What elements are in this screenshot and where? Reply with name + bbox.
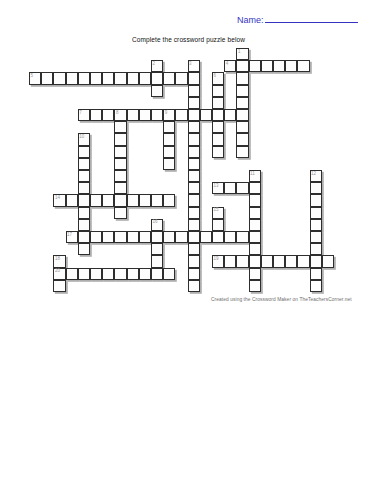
crossword-cell[interactable] [273, 255, 285, 267]
clue-number: 14 [55, 195, 60, 200]
crossword-cell[interactable] [114, 231, 126, 243]
crossword-cell[interactable] [66, 194, 78, 206]
crossword-cell[interactable] [41, 72, 53, 84]
crossword-cell[interactable] [90, 72, 102, 84]
crossword-cell[interactable] [78, 231, 90, 243]
crossword-cell[interactable] [261, 60, 273, 72]
crossword-cell[interactable] [236, 133, 248, 145]
crossword-cell[interactable] [78, 268, 90, 280]
clue-number: 19 [214, 256, 219, 261]
crossword-cell[interactable] [200, 231, 212, 243]
crossword-cell[interactable] [78, 182, 90, 194]
crossword-cell[interactable] [139, 109, 151, 121]
clue-number: 4 [226, 61, 229, 66]
crossword-cell[interactable] [188, 121, 200, 133]
crossword-cell[interactable] [78, 170, 90, 182]
crossword-cell[interactable] [249, 280, 261, 292]
crossword-cell[interactable] [297, 60, 309, 72]
crossword-cell[interactable] [102, 194, 114, 206]
crossword-cell[interactable] [236, 72, 248, 84]
crossword-cell[interactable] [212, 146, 224, 158]
crossword-cell[interactable] [53, 72, 65, 84]
crossword-cell[interactable] [114, 146, 126, 158]
clue-number: 9 [165, 110, 168, 115]
crossword-cell[interactable] [114, 268, 126, 280]
crossword-cell[interactable] [310, 268, 322, 280]
crossword-cell[interactable] [139, 194, 151, 206]
crossword-cell[interactable] [285, 255, 297, 267]
crossword-cell[interactable]: 19 [212, 255, 224, 267]
crossword-cell[interactable] [236, 85, 248, 97]
crossword-cell[interactable] [310, 280, 322, 292]
crossword-cell[interactable] [249, 207, 261, 219]
crossword-cell[interactable] [163, 231, 175, 243]
crossword-cell[interactable] [224, 231, 236, 243]
crossword-cell[interactable] [127, 268, 139, 280]
crossword-cell[interactable] [127, 194, 139, 206]
crossword-cell[interactable]: 2 [151, 60, 163, 72]
crossword-cell[interactable] [127, 231, 139, 243]
crossword-cell[interactable] [188, 255, 200, 267]
crossword-cell[interactable] [188, 146, 200, 158]
crossword-cell[interactable] [188, 158, 200, 170]
crossword-cell[interactable] [114, 182, 126, 194]
crossword-cell[interactable] [163, 72, 175, 84]
crossword-cell[interactable] [114, 72, 126, 84]
clue-number: 13 [214, 183, 219, 188]
crossword-cell[interactable] [53, 280, 65, 292]
clue-number: 20 [55, 268, 60, 273]
crossword-cell[interactable] [200, 109, 212, 121]
crossword-cell[interactable] [163, 268, 175, 280]
crossword-cell[interactable] [310, 219, 322, 231]
crossword-cell[interactable] [114, 158, 126, 170]
crossword-cell[interactable] [310, 255, 322, 267]
crossword-cell[interactable] [163, 121, 175, 133]
crossword-cell[interactable] [236, 121, 248, 133]
crossword-cell[interactable] [78, 72, 90, 84]
crossword-cell[interactable] [151, 243, 163, 255]
crossword-cell[interactable] [236, 182, 248, 194]
crossword-cell[interactable] [175, 72, 187, 84]
crossword-cell[interactable] [249, 219, 261, 231]
crossword-cell[interactable] [188, 219, 200, 231]
crossword-cell[interactable]: 8 [114, 109, 126, 121]
crossword-cell[interactable] [78, 243, 90, 255]
crossword-cell[interactable] [188, 72, 200, 84]
crossword-cell[interactable] [90, 231, 102, 243]
crossword-cell[interactable]: 15 [212, 207, 224, 219]
crossword-cell[interactable] [114, 170, 126, 182]
crossword-cell[interactable]: 11 [249, 170, 261, 182]
crossword-cell[interactable] [163, 194, 175, 206]
crossword-cell[interactable]: 10 [78, 133, 90, 145]
clue-number: 15 [214, 207, 219, 212]
crossword-cell[interactable] [212, 121, 224, 133]
crossword-cell[interactable] [163, 158, 175, 170]
clue-number: 10 [79, 134, 84, 139]
crossword-cell[interactable]: 12 [310, 170, 322, 182]
crossword-cell[interactable] [163, 146, 175, 158]
crossword-cell[interactable] [249, 243, 261, 255]
crossword-cell[interactable] [249, 231, 261, 243]
crossword-cell[interactable] [102, 231, 114, 243]
crossword-cell[interactable] [310, 182, 322, 194]
crossword-cell[interactable] [66, 72, 78, 84]
crossword-cell[interactable]: 9 [163, 109, 175, 121]
crossword-grid: 1234567891011121314151617181920 [0, 0, 371, 320]
crossword-cell[interactable]: 18 [53, 255, 65, 267]
crossword-cell[interactable] [151, 255, 163, 267]
attribution-text: Created using the Crossword Maker on The… [211, 297, 352, 302]
crossword-cell[interactable] [78, 146, 90, 158]
crossword-cell[interactable] [236, 146, 248, 158]
crossword-cell[interactable] [273, 60, 285, 72]
crossword-cell[interactable] [163, 133, 175, 145]
crossword-cell[interactable] [151, 72, 163, 84]
crossword-cell[interactable] [114, 207, 126, 219]
crossword-cell[interactable] [188, 109, 200, 121]
crossword-cell[interactable] [175, 109, 187, 121]
clue-number: 2 [153, 61, 156, 66]
crossword-cell[interactable] [249, 60, 261, 72]
crossword-cell[interactable] [236, 255, 248, 267]
crossword-cell[interactable] [224, 182, 236, 194]
crossword-cell[interactable] [139, 268, 151, 280]
crossword-cell[interactable] [285, 60, 297, 72]
clue-number: 5 [31, 73, 34, 78]
crossword-cell[interactable] [249, 182, 261, 194]
crossword-cell[interactable] [78, 207, 90, 219]
clue-number: 12 [311, 171, 316, 176]
crossword-cell[interactable] [175, 231, 187, 243]
crossword-cell[interactable]: 3 [188, 60, 200, 72]
crossword-cell[interactable] [151, 231, 163, 243]
crossword-cell[interactable] [188, 133, 200, 145]
crossword-cell[interactable] [90, 194, 102, 206]
crossword-cell[interactable] [236, 60, 248, 72]
crossword-cell[interactable] [322, 255, 334, 267]
crossword-cell[interactable] [114, 194, 126, 206]
crossword-cell[interactable] [212, 85, 224, 97]
crossword-cell[interactable] [212, 219, 224, 231]
crossword-cell[interactable] [78, 158, 90, 170]
crossword-cell[interactable] [139, 72, 151, 84]
clue-number: 3 [189, 61, 192, 66]
crossword-cell[interactable] [310, 243, 322, 255]
crossword-cell[interactable] [224, 109, 236, 121]
crossword-cell[interactable] [139, 231, 151, 243]
crossword-cell[interactable]: 17 [66, 231, 78, 243]
crossword-cell[interactable] [188, 97, 200, 109]
crossword-cell[interactable] [188, 194, 200, 206]
crossword-cell[interactable]: 6 [212, 72, 224, 84]
crossword-cell[interactable] [188, 231, 200, 243]
crossword-cell[interactable] [127, 72, 139, 84]
crossword-cell[interactable] [188, 243, 200, 255]
crossword-cell[interactable] [78, 219, 90, 231]
crossword-cell[interactable] [297, 255, 309, 267]
clue-number: 18 [55, 256, 60, 261]
crossword-cell[interactable] [102, 72, 114, 84]
crossword-cell[interactable] [236, 109, 248, 121]
crossword-cell[interactable] [114, 121, 126, 133]
crossword-cell[interactable] [188, 268, 200, 280]
crossword-cell[interactable] [151, 109, 163, 121]
crossword-cell[interactable] [102, 109, 114, 121]
crossword-cell[interactable] [310, 194, 322, 206]
clue-number: 11 [250, 171, 255, 176]
crossword-cell[interactable] [188, 170, 200, 182]
crossword-cell[interactable] [127, 109, 139, 121]
crossword-cell[interactable] [224, 255, 236, 267]
crossword-cell[interactable]: 20 [53, 268, 65, 280]
crossword-cell[interactable] [249, 255, 261, 267]
crossword-cell[interactable]: 1 [236, 48, 248, 60]
crossword-cell[interactable] [114, 133, 126, 145]
crossword-cell[interactable] [78, 194, 90, 206]
crossword-cell[interactable] [249, 268, 261, 280]
crossword-cell[interactable]: 16 [151, 219, 163, 231]
crossword-cell[interactable] [236, 231, 248, 243]
crossword-cell[interactable] [212, 109, 224, 121]
clue-number: 6 [214, 73, 217, 78]
clue-number: 16 [153, 219, 158, 224]
crossword-cell[interactable] [90, 109, 102, 121]
crossword-cell[interactable] [261, 255, 273, 267]
clue-number: 17 [67, 232, 72, 237]
crossword-cell[interactable]: 5 [29, 72, 41, 84]
crossword-cell[interactable] [188, 85, 200, 97]
crossword-cell[interactable] [102, 268, 114, 280]
crossword-cell[interactable] [249, 194, 261, 206]
crossword-cell[interactable] [310, 207, 322, 219]
clue-number: 7 [79, 110, 82, 115]
crossword-cell[interactable] [212, 97, 224, 109]
crossword-cell[interactable] [310, 231, 322, 243]
crossword-cell[interactable]: 4 [224, 60, 236, 72]
crossword-cell[interactable]: 7 [78, 109, 90, 121]
crossword-cell[interactable] [90, 268, 102, 280]
crossword-cell[interactable] [236, 97, 248, 109]
crossword-cell[interactable] [188, 280, 200, 292]
crossword-cell[interactable]: 14 [53, 194, 65, 206]
crossword-cell[interactable] [188, 182, 200, 194]
crossword-cell[interactable] [151, 268, 163, 280]
crossword-cell[interactable] [151, 85, 163, 97]
crossword-cell[interactable] [66, 268, 78, 280]
crossword-cell[interactable]: 13 [212, 182, 224, 194]
crossword-cell[interactable] [212, 133, 224, 145]
clue-number: 1 [238, 49, 241, 54]
crossword-cell[interactable] [188, 207, 200, 219]
clue-number: 8 [116, 110, 119, 115]
crossword-cell[interactable] [212, 231, 224, 243]
crossword-cell[interactable] [151, 194, 163, 206]
